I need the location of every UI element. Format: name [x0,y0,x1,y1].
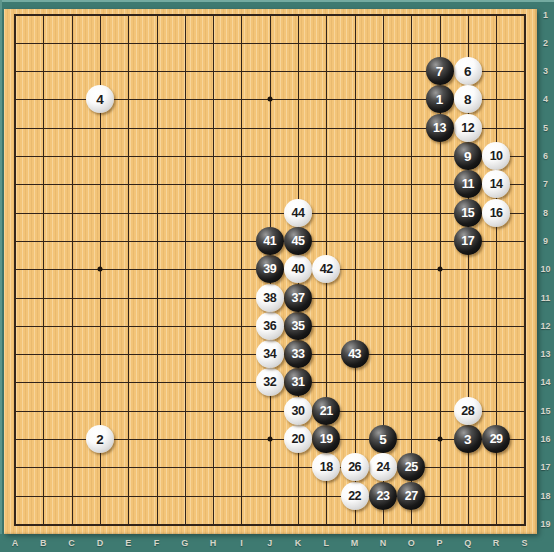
star-point-J16 [267,437,272,442]
stone-38-white-J11[interactable]: 38 [256,284,284,312]
star-point-J4 [267,97,272,102]
column-label-L: L [324,538,330,548]
row-label-16: 16 [540,434,550,444]
stone-33-black-K13[interactable]: 33 [284,340,312,368]
stone-9-black-Q6[interactable]: 9 [454,142,482,170]
stone-13-black-P5[interactable]: 13 [426,114,454,142]
stone-14-white-R7[interactable]: 14 [482,170,510,198]
column-label-G: G [181,538,188,548]
stone-1-black-P4[interactable]: 1 [426,85,454,113]
column-label-B: B [40,538,47,548]
stone-45-black-K9[interactable]: 45 [284,227,312,255]
stone-18-white-L17[interactable]: 18 [312,453,340,481]
row-label-12: 12 [540,321,550,331]
stone-17-black-Q9[interactable]: 17 [454,227,482,255]
column-label-O: O [408,538,415,548]
top-bevel-highlight [0,0,554,2]
stone-41-black-J9[interactable]: 41 [256,227,284,255]
star-point-D10 [97,267,102,272]
column-label-C: C [68,538,75,548]
stone-6-white-Q3[interactable]: 6 [454,57,482,85]
stone-25-black-O17[interactable]: 25 [397,453,425,481]
column-label-E: E [125,538,131,548]
column-label-P: P [436,538,442,548]
column-label-M: M [351,538,359,548]
stone-4-white-D4[interactable]: 4 [86,85,114,113]
stone-21-black-L15[interactable]: 21 [312,397,340,425]
row-label-7: 7 [543,179,548,189]
row-label-3: 3 [543,66,548,76]
column-label-K: K [295,538,302,548]
row-label-11: 11 [541,293,551,303]
row-label-6: 6 [543,151,548,161]
column-label-Q: Q [464,538,471,548]
stone-39-black-J10[interactable]: 39 [256,255,284,283]
stone-26-white-M17[interactable]: 26 [341,453,369,481]
stone-10-white-R6[interactable]: 10 [482,142,510,170]
stone-36-white-J12[interactable]: 36 [256,312,284,340]
column-label-I: I [240,538,243,548]
stone-20-white-K16[interactable]: 20 [284,425,312,453]
stone-42-white-L10[interactable]: 42 [312,255,340,283]
column-label-F: F [154,538,160,548]
stone-22-white-M18[interactable]: 22 [341,482,369,510]
star-point-P16 [437,437,442,442]
row-label-5: 5 [543,123,548,133]
stone-37-black-K11[interactable]: 37 [284,284,312,312]
row-label-2: 2 [543,38,548,48]
row-label-9: 9 [543,236,548,246]
column-label-S: S [521,538,527,548]
stone-2-white-D16[interactable]: 2 [86,425,114,453]
column-label-D: D [97,538,104,548]
stone-11-black-Q7[interactable]: 11 [454,170,482,198]
stone-16-white-R8[interactable]: 16 [482,199,510,227]
row-label-4: 4 [543,94,548,104]
row-label-18: 18 [540,491,550,501]
stone-44-white-K8[interactable]: 44 [284,199,312,227]
column-label-J: J [267,538,272,548]
left-bevel-highlight [0,0,2,534]
stone-32-white-J14[interactable]: 32 [256,368,284,396]
stone-34-white-J13[interactable]: 34 [256,340,284,368]
stone-12-white-Q5[interactable]: 12 [454,114,482,142]
stone-35-black-K12[interactable]: 35 [284,312,312,340]
stone-23-black-N18[interactable]: 23 [369,482,397,510]
row-label-15: 15 [540,406,550,416]
row-label-13: 13 [540,349,550,359]
stone-7-black-P3[interactable]: 7 [426,57,454,85]
stone-3-black-Q16[interactable]: 3 [454,425,482,453]
row-label-17: 17 [540,462,550,472]
stone-5-black-N16[interactable]: 5 [369,425,397,453]
column-label-H: H [210,538,217,548]
stone-30-white-K15[interactable]: 30 [284,397,312,425]
stone-31-black-K14[interactable]: 31 [284,368,312,396]
row-label-1: 1 [543,10,548,20]
stone-15-black-Q8[interactable]: 15 [454,199,482,227]
stone-29-black-R16[interactable]: 29 [482,425,510,453]
stone-43-black-M13[interactable]: 43 [341,340,369,368]
stone-40-white-K10[interactable]: 40 [284,255,312,283]
stone-19-black-L16[interactable]: 19 [312,425,340,453]
column-label-N: N [380,538,387,548]
row-label-8: 8 [543,208,548,218]
row-label-19: 19 [540,519,550,529]
stone-27-black-O18[interactable]: 27 [397,482,425,510]
star-point-P10 [437,267,442,272]
column-label-A: A [12,538,19,548]
stone-24-white-N17[interactable]: 24 [369,453,397,481]
stone-8-white-Q4[interactable]: 8 [454,85,482,113]
column-label-R: R [493,538,500,548]
row-label-14: 14 [540,377,550,387]
stone-28-white-Q15[interactable]: 28 [454,397,482,425]
go-game-viewer: 1234567891011121314151617181920212223242… [0,0,554,552]
row-label-10: 10 [540,264,550,274]
